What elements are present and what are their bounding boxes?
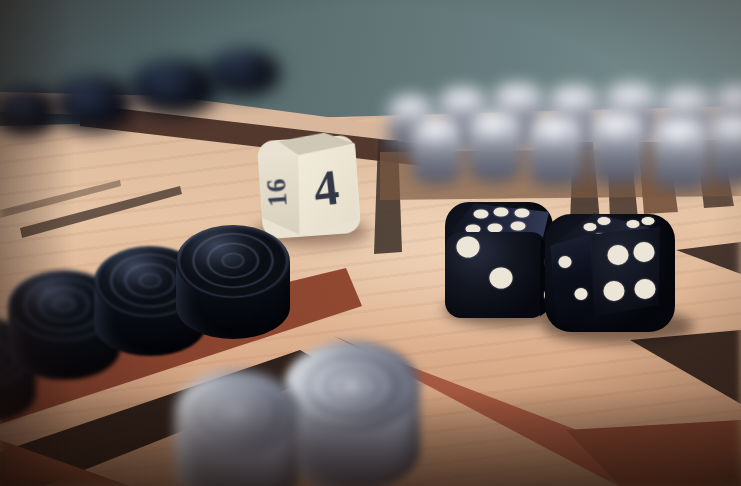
checker-metal-near-top: [175, 370, 299, 454]
foreground-metal-checkers: [0, 0, 741, 486]
backgammon-photo-scene: 4 16: [0, 0, 741, 486]
checker-metal-near[interactable]: [284, 341, 420, 486]
checker-metal-near[interactable]: [175, 370, 299, 486]
checker-metal-near-top: [284, 341, 420, 431]
